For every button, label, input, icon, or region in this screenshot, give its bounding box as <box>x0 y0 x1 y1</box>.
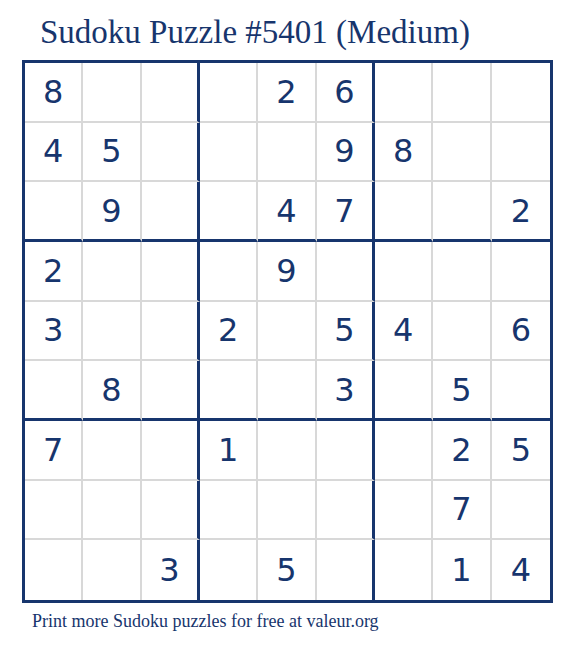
cell-r4c1: 2 <box>25 242 83 302</box>
cell-r3c6: 7 <box>317 182 375 242</box>
sudoku-page: Sudoku Puzzle #5401 (Medium) 82645989472… <box>0 0 574 651</box>
cell-r1c6: 6 <box>317 63 375 123</box>
cell-r5c5 <box>258 302 316 362</box>
cell-r1c5: 2 <box>258 63 316 123</box>
cell-r9c3: 3 <box>142 540 200 600</box>
cell-r8c8: 7 <box>433 481 491 541</box>
cell-r7c6 <box>317 421 375 481</box>
cell-r8c9 <box>492 481 550 541</box>
cell-r3c1 <box>25 182 83 242</box>
cell-r7c9: 5 <box>492 421 550 481</box>
cell-r2c1: 4 <box>25 123 83 183</box>
cell-r4c9 <box>492 242 550 302</box>
cell-r9c7 <box>375 540 433 600</box>
cell-r7c2 <box>83 421 141 481</box>
cell-r2c7: 8 <box>375 123 433 183</box>
cell-r6c2: 8 <box>83 361 141 421</box>
cell-r8c4 <box>200 481 258 541</box>
cell-r8c2 <box>83 481 141 541</box>
cell-r4c5: 9 <box>258 242 316 302</box>
cell-r6c4 <box>200 361 258 421</box>
cell-r6c1 <box>25 361 83 421</box>
cell-r4c8 <box>433 242 491 302</box>
cell-r2c5 <box>258 123 316 183</box>
cell-r8c3 <box>142 481 200 541</box>
cell-r7c3 <box>142 421 200 481</box>
cell-r9c9: 4 <box>492 540 550 600</box>
cell-r4c7 <box>375 242 433 302</box>
cell-r1c2 <box>83 63 141 123</box>
cell-r6c3 <box>142 361 200 421</box>
cell-r9c5: 5 <box>258 540 316 600</box>
cell-r5c9: 6 <box>492 302 550 362</box>
cell-r3c5: 4 <box>258 182 316 242</box>
sudoku-board: 826459894722932546835712573514 <box>22 60 553 603</box>
cell-r6c9 <box>492 361 550 421</box>
cell-r2c3 <box>142 123 200 183</box>
cell-r2c6: 9 <box>317 123 375 183</box>
footer-text: Print more Sudoku puzzles for free at va… <box>32 611 379 632</box>
cell-r3c3 <box>142 182 200 242</box>
cell-r8c6 <box>317 481 375 541</box>
cell-r9c2 <box>83 540 141 600</box>
cell-r1c4 <box>200 63 258 123</box>
cell-r9c8: 1 <box>433 540 491 600</box>
cell-r1c9 <box>492 63 550 123</box>
cell-r4c3 <box>142 242 200 302</box>
cell-r7c1: 7 <box>25 421 83 481</box>
cell-r6c7 <box>375 361 433 421</box>
cell-r2c8 <box>433 123 491 183</box>
cell-r6c8: 5 <box>433 361 491 421</box>
cell-r8c1 <box>25 481 83 541</box>
cell-r1c7 <box>375 63 433 123</box>
cell-r1c8 <box>433 63 491 123</box>
cell-r2c9 <box>492 123 550 183</box>
cell-r9c1 <box>25 540 83 600</box>
cell-r5c3 <box>142 302 200 362</box>
cell-r5c1: 3 <box>25 302 83 362</box>
cell-r7c8: 2 <box>433 421 491 481</box>
cell-r5c4: 2 <box>200 302 258 362</box>
cell-r8c5 <box>258 481 316 541</box>
cell-r6c5 <box>258 361 316 421</box>
cell-r2c4 <box>200 123 258 183</box>
cell-r3c8 <box>433 182 491 242</box>
page-title: Sudoku Puzzle #5401 (Medium) <box>40 14 470 51</box>
cell-r7c4: 1 <box>200 421 258 481</box>
cell-r7c5 <box>258 421 316 481</box>
cell-r9c6 <box>317 540 375 600</box>
cell-r4c6 <box>317 242 375 302</box>
cell-r9c4 <box>200 540 258 600</box>
cell-r6c6: 3 <box>317 361 375 421</box>
cell-r3c4 <box>200 182 258 242</box>
cell-r7c7 <box>375 421 433 481</box>
cell-r1c3 <box>142 63 200 123</box>
cell-r2c2: 5 <box>83 123 141 183</box>
cell-r1c1: 8 <box>25 63 83 123</box>
cell-r3c2: 9 <box>83 182 141 242</box>
cell-r4c4 <box>200 242 258 302</box>
cell-r3c9: 2 <box>492 182 550 242</box>
cell-r3c7 <box>375 182 433 242</box>
cell-r4c2 <box>83 242 141 302</box>
cell-r5c7: 4 <box>375 302 433 362</box>
cell-r5c6: 5 <box>317 302 375 362</box>
cell-r8c7 <box>375 481 433 541</box>
cell-r5c8 <box>433 302 491 362</box>
cell-r5c2 <box>83 302 141 362</box>
